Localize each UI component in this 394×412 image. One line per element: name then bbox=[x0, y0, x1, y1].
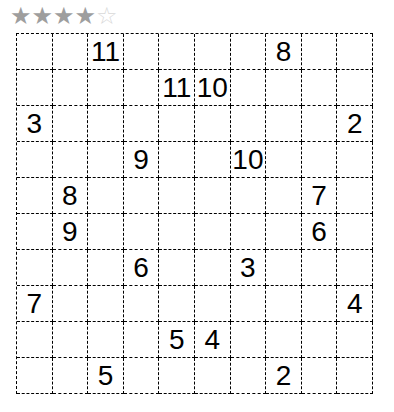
grid-cell[interactable] bbox=[53, 358, 89, 394]
grid-cell[interactable] bbox=[88, 106, 124, 142]
grid-cell[interactable] bbox=[159, 250, 195, 286]
grid-cell[interactable] bbox=[195, 106, 231, 142]
clue-cell[interactable]: 7 bbox=[302, 178, 338, 214]
grid-cell[interactable] bbox=[17, 322, 53, 358]
grid-cell[interactable] bbox=[266, 70, 302, 106]
star-filled-icon: ★ bbox=[53, 2, 75, 29]
grid-cell[interactable] bbox=[53, 106, 89, 142]
clue-cell[interactable]: 9 bbox=[124, 142, 160, 178]
grid-cell[interactable] bbox=[159, 34, 195, 70]
clue-cell[interactable]: 5 bbox=[88, 358, 124, 394]
grid-cell[interactable] bbox=[231, 106, 267, 142]
grid-cell[interactable] bbox=[159, 358, 195, 394]
clue-cell[interactable]: 10 bbox=[195, 70, 231, 106]
grid-cell[interactable] bbox=[231, 214, 267, 250]
grid-cell[interactable] bbox=[159, 178, 195, 214]
grid-cell[interactable] bbox=[124, 322, 160, 358]
grid-cell[interactable] bbox=[302, 250, 338, 286]
grid-cell[interactable] bbox=[337, 34, 373, 70]
grid-cell[interactable] bbox=[195, 250, 231, 286]
grid-cell[interactable] bbox=[337, 142, 373, 178]
clue-cell[interactable]: 11 bbox=[159, 70, 195, 106]
grid-cell[interactable] bbox=[124, 178, 160, 214]
grid-cell[interactable] bbox=[231, 286, 267, 322]
grid-cell[interactable] bbox=[124, 70, 160, 106]
grid-cell[interactable] bbox=[88, 286, 124, 322]
grid-cell[interactable] bbox=[266, 250, 302, 286]
grid-cell[interactable] bbox=[88, 70, 124, 106]
clue-cell[interactable]: 2 bbox=[337, 106, 373, 142]
grid-cell[interactable] bbox=[53, 286, 89, 322]
difficulty-rating: ★★★★☆ bbox=[10, 2, 118, 30]
grid-cell[interactable] bbox=[266, 106, 302, 142]
grid-cell[interactable] bbox=[302, 322, 338, 358]
grid-cell[interactable] bbox=[337, 358, 373, 394]
grid-cell[interactable] bbox=[88, 142, 124, 178]
clue-cell[interactable]: 3 bbox=[231, 250, 267, 286]
grid-cell[interactable] bbox=[88, 178, 124, 214]
grid-cell[interactable] bbox=[17, 70, 53, 106]
clue-cell[interactable]: 2 bbox=[266, 358, 302, 394]
grid-cell[interactable] bbox=[195, 34, 231, 70]
grid-cell[interactable] bbox=[302, 358, 338, 394]
grid-cell[interactable] bbox=[302, 106, 338, 142]
grid-cell[interactable] bbox=[124, 286, 160, 322]
grid-cell[interactable] bbox=[53, 34, 89, 70]
grid-cell[interactable] bbox=[53, 142, 89, 178]
grid-cell[interactable] bbox=[231, 34, 267, 70]
grid-cell[interactable] bbox=[266, 322, 302, 358]
grid-cell[interactable] bbox=[53, 70, 89, 106]
grid-cell[interactable] bbox=[302, 70, 338, 106]
star-empty-icon: ☆ bbox=[96, 2, 118, 29]
clue-cell[interactable]: 10 bbox=[231, 142, 267, 178]
grid-cell[interactable] bbox=[266, 178, 302, 214]
clue-cell[interactable]: 7 bbox=[17, 286, 53, 322]
grid-cell[interactable] bbox=[302, 142, 338, 178]
grid-cell[interactable] bbox=[159, 142, 195, 178]
grid-cell[interactable] bbox=[337, 178, 373, 214]
grid-cell[interactable] bbox=[124, 34, 160, 70]
clue-cell[interactable]: 5 bbox=[159, 322, 195, 358]
grid-cell[interactable] bbox=[337, 70, 373, 106]
grid-cell[interactable] bbox=[302, 34, 338, 70]
clue-cell[interactable]: 6 bbox=[302, 214, 338, 250]
grid-cell[interactable] bbox=[124, 214, 160, 250]
grid-cell[interactable] bbox=[231, 322, 267, 358]
clue-cell[interactable]: 11 bbox=[88, 34, 124, 70]
grid-cell[interactable] bbox=[266, 142, 302, 178]
star-filled-icon: ★ bbox=[75, 2, 97, 29]
grid-cell[interactable] bbox=[88, 322, 124, 358]
clue-cell[interactable]: 8 bbox=[53, 178, 89, 214]
clue-cell[interactable]: 6 bbox=[124, 250, 160, 286]
puzzle-grid: 118111032910879663745452 bbox=[16, 33, 373, 394]
clue-cell[interactable]: 4 bbox=[337, 286, 373, 322]
grid-cell[interactable] bbox=[337, 250, 373, 286]
grid-cell[interactable] bbox=[17, 214, 53, 250]
clue-cell[interactable]: 8 bbox=[266, 34, 302, 70]
grid-cell[interactable] bbox=[195, 286, 231, 322]
clue-cell[interactable]: 4 bbox=[195, 322, 231, 358]
grid-cell[interactable] bbox=[53, 250, 89, 286]
clue-cell[interactable]: 3 bbox=[17, 106, 53, 142]
grid-cell[interactable] bbox=[266, 286, 302, 322]
grid-cell[interactable] bbox=[53, 322, 89, 358]
grid-cell[interactable] bbox=[159, 106, 195, 142]
grid-cell[interactable] bbox=[124, 106, 160, 142]
clue-cell[interactable]: 9 bbox=[53, 214, 89, 250]
grid-cell[interactable] bbox=[266, 214, 302, 250]
grid-cell[interactable] bbox=[231, 70, 267, 106]
grid-cell[interactable] bbox=[195, 358, 231, 394]
grid-cell[interactable] bbox=[17, 34, 53, 70]
grid-cell[interactable] bbox=[17, 142, 53, 178]
grid-cell[interactable] bbox=[302, 286, 338, 322]
grid-cell[interactable] bbox=[159, 214, 195, 250]
grid-cell[interactable] bbox=[17, 178, 53, 214]
grid-cell[interactable] bbox=[88, 250, 124, 286]
star-filled-icon: ★ bbox=[32, 2, 54, 29]
grid-cell[interactable] bbox=[337, 214, 373, 250]
grid-cell[interactable] bbox=[195, 214, 231, 250]
grid-cell[interactable] bbox=[195, 142, 231, 178]
grid-cell[interactable] bbox=[17, 250, 53, 286]
grid-cell[interactable] bbox=[124, 358, 160, 394]
grid-cell[interactable] bbox=[231, 178, 267, 214]
grid-cell[interactable] bbox=[231, 358, 267, 394]
grid-cell[interactable] bbox=[195, 178, 231, 214]
star-filled-icon: ★ bbox=[10, 2, 32, 29]
grid-cell[interactable] bbox=[88, 214, 124, 250]
grid-cell[interactable] bbox=[17, 358, 53, 394]
grid-cell[interactable] bbox=[337, 322, 373, 358]
grid-cell[interactable] bbox=[159, 286, 195, 322]
